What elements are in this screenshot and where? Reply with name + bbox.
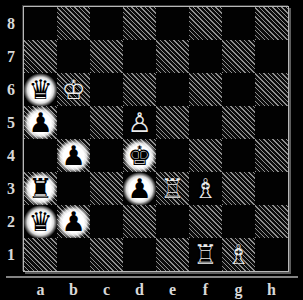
square-c4[interactable] xyxy=(90,139,123,172)
black-pawn-a5: ♟ xyxy=(24,106,57,139)
square-h5[interactable] xyxy=(255,106,288,139)
square-c7[interactable] xyxy=(90,40,123,73)
square-c5[interactable] xyxy=(90,106,123,139)
square-b3[interactable] xyxy=(57,172,90,205)
square-b1[interactable] xyxy=(57,238,90,271)
square-f3[interactable]: ♗ xyxy=(189,172,222,205)
square-a4[interactable] xyxy=(24,139,57,172)
square-d3[interactable]: ♟ xyxy=(123,172,156,205)
white-bishop-g1: ♗ xyxy=(222,238,255,271)
square-f8[interactable] xyxy=(189,7,222,40)
white-rook-e3: ♖ xyxy=(156,172,189,205)
square-b5[interactable] xyxy=(57,106,90,139)
rank-label-3: 3 xyxy=(0,172,22,205)
square-b7[interactable] xyxy=(57,40,90,73)
black-pawn-d3: ♟ xyxy=(123,172,156,205)
square-g4[interactable] xyxy=(222,139,255,172)
square-f1[interactable]: ♖ xyxy=(189,238,222,271)
rank-label-7: 7 xyxy=(0,40,22,73)
square-h3[interactable] xyxy=(255,172,288,205)
square-d5[interactable]: ♙ xyxy=(123,106,156,139)
square-g2[interactable] xyxy=(222,205,255,238)
square-g8[interactable] xyxy=(222,7,255,40)
square-g3[interactable] xyxy=(222,172,255,205)
square-h7[interactable] xyxy=(255,40,288,73)
square-c8[interactable] xyxy=(90,7,123,40)
square-d6[interactable] xyxy=(123,73,156,106)
square-a7[interactable] xyxy=(24,40,57,73)
rank-labels: 87654321 xyxy=(0,7,22,271)
square-f6[interactable] xyxy=(189,73,222,106)
square-a8[interactable] xyxy=(24,7,57,40)
rank-label-2: 2 xyxy=(0,205,22,238)
square-c3[interactable] xyxy=(90,172,123,205)
rank-label-1: 1 xyxy=(0,238,22,271)
file-label-g: g xyxy=(222,280,255,300)
square-e5[interactable] xyxy=(156,106,189,139)
square-e2[interactable] xyxy=(156,205,189,238)
black-king-d4: ♚ xyxy=(123,139,156,172)
square-f2[interactable] xyxy=(189,205,222,238)
rank-label-4: 4 xyxy=(0,139,22,172)
white-king-b6: ♔ xyxy=(57,73,90,106)
square-f5[interactable] xyxy=(189,106,222,139)
square-h4[interactable] xyxy=(255,139,288,172)
square-d1[interactable] xyxy=(123,238,156,271)
white-rook-f1: ♖ xyxy=(189,238,222,271)
square-g1[interactable]: ♗ xyxy=(222,238,255,271)
black-pawn-b2: ♟ xyxy=(57,205,90,238)
board-bottom-rule xyxy=(6,276,298,278)
square-h1[interactable] xyxy=(255,238,288,271)
square-e3[interactable]: ♖ xyxy=(156,172,189,205)
square-f7[interactable] xyxy=(189,40,222,73)
square-c1[interactable] xyxy=(90,238,123,271)
square-e7[interactable] xyxy=(156,40,189,73)
black-rook-a3: ♜ xyxy=(24,172,57,205)
square-a3[interactable]: ♜ xyxy=(24,172,57,205)
square-e8[interactable] xyxy=(156,7,189,40)
square-h8[interactable] xyxy=(255,7,288,40)
file-label-b: b xyxy=(57,280,90,300)
square-b6[interactable]: ♔ xyxy=(57,73,90,106)
square-d8[interactable] xyxy=(123,7,156,40)
black-queen-a2: ♛ xyxy=(24,205,57,238)
square-e6[interactable] xyxy=(156,73,189,106)
square-g6[interactable] xyxy=(222,73,255,106)
square-h6[interactable] xyxy=(255,73,288,106)
square-d7[interactable] xyxy=(123,40,156,73)
square-e4[interactable] xyxy=(156,139,189,172)
file-label-d: d xyxy=(123,280,156,300)
rank-label-8: 8 xyxy=(0,7,22,40)
square-a1[interactable] xyxy=(24,238,57,271)
square-h2[interactable] xyxy=(255,205,288,238)
file-labels: abcdefgh xyxy=(24,280,288,300)
square-c2[interactable] xyxy=(90,205,123,238)
square-e1[interactable] xyxy=(156,238,189,271)
square-g5[interactable] xyxy=(222,106,255,139)
square-b8[interactable] xyxy=(57,7,90,40)
chess-diagram-page: 87654321 ♛♔♟♙♟♚♜♟♖♗♛♟♖♗ abcdefgh xyxy=(0,0,303,300)
file-label-e: e xyxy=(156,280,189,300)
square-d4[interactable]: ♚ xyxy=(123,139,156,172)
rank-label-5: 5 xyxy=(0,106,22,139)
file-label-c: c xyxy=(90,280,123,300)
file-label-f: f xyxy=(189,280,222,300)
white-bishop-f3: ♗ xyxy=(189,172,222,205)
file-label-h: h xyxy=(255,280,288,300)
file-label-a: a xyxy=(24,280,57,300)
square-a5[interactable]: ♟ xyxy=(24,106,57,139)
square-a2[interactable]: ♛ xyxy=(24,205,57,238)
square-g7[interactable] xyxy=(222,40,255,73)
square-b4[interactable]: ♟ xyxy=(57,139,90,172)
chess-board: ♛♔♟♙♟♚♜♟♖♗♛♟♖♗ xyxy=(23,6,289,272)
rank-label-6: 6 xyxy=(0,73,22,106)
square-f4[interactable] xyxy=(189,139,222,172)
black-queen-a6: ♛ xyxy=(24,73,57,106)
square-a6[interactable]: ♛ xyxy=(24,73,57,106)
square-d2[interactable] xyxy=(123,205,156,238)
black-pawn-b4: ♟ xyxy=(57,139,90,172)
square-b2[interactable]: ♟ xyxy=(57,205,90,238)
white-pawn-d5: ♙ xyxy=(123,106,156,139)
square-c6[interactable] xyxy=(90,73,123,106)
